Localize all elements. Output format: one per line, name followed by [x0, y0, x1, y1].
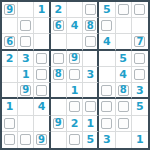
cell-r3c3[interactable] — [34, 34, 50, 50]
cell-r3c7[interactable]: 4 — [99, 34, 115, 50]
cell-r3c2[interactable] — [18, 34, 34, 50]
cell-r7c9[interactable]: 5 — [132, 99, 148, 115]
cell-r3c8[interactable] — [116, 34, 132, 50]
digit: 5 — [136, 101, 144, 112]
cell-r8c6[interactable]: 1 — [83, 116, 99, 132]
cell-r8c4[interactable]: 9 — [51, 116, 67, 132]
high-digit-marker: 6 — [53, 20, 64, 31]
high-digit-marker: 8 — [53, 69, 64, 80]
cell-r9c6[interactable]: 5 — [83, 132, 99, 148]
digit: 2 — [71, 117, 79, 128]
cell-r8c8[interactable] — [116, 116, 132, 132]
cell-r6c9[interactable]: 3 — [132, 83, 148, 99]
cell-r3c1[interactable]: 6 — [2, 34, 18, 50]
high-digit-marker — [118, 101, 129, 112]
high-digit-marker: 8 — [85, 20, 96, 31]
cell-r1c8[interactable] — [116, 2, 132, 18]
cell-r2c2[interactable] — [18, 18, 34, 34]
cell-r7c5[interactable] — [67, 99, 83, 115]
high-digit-marker — [118, 4, 129, 15]
cell-r4c4[interactable] — [51, 51, 67, 67]
cell-r7c8[interactable] — [116, 99, 132, 115]
high-digit-marker — [69, 134, 80, 145]
digit: 9 — [38, 134, 45, 144]
cell-r7c2[interactable] — [18, 99, 34, 115]
high-digit-marker: 9 — [36, 134, 47, 145]
digit: 9 — [6, 4, 13, 14]
high-digit-marker — [69, 69, 80, 80]
cell-r5c2[interactable]: 1 — [18, 67, 34, 83]
cell-r9c3[interactable]: 9 — [34, 132, 50, 148]
high-digit-marker: 6 — [4, 36, 15, 47]
digit: 9 — [22, 85, 29, 95]
high-digit-marker — [4, 118, 15, 129]
cell-r1c6[interactable] — [83, 2, 99, 18]
cell-r8c3[interactable] — [34, 116, 50, 132]
digit: 9 — [55, 118, 62, 128]
cell-r6c2[interactable]: 9 — [18, 83, 34, 99]
high-digit-marker — [85, 36, 96, 47]
high-digit-marker — [85, 4, 96, 15]
cell-r5c4[interactable]: 8 — [51, 67, 67, 83]
cell-r3c9[interactable]: 7 — [132, 34, 148, 50]
cell-r2c7[interactable] — [99, 18, 115, 34]
high-digit-marker — [36, 85, 47, 96]
cell-r6c7[interactable] — [99, 83, 115, 99]
cell-r4c3[interactable] — [34, 51, 50, 67]
cell-r5c7[interactable] — [99, 67, 115, 83]
cell-r9c9[interactable]: 1 — [132, 132, 148, 148]
cell-r1c5[interactable] — [67, 2, 83, 18]
cell-r9c7[interactable]: 3 — [99, 132, 115, 148]
digit: 4 — [71, 20, 79, 31]
cell-r3c5[interactable] — [67, 34, 83, 50]
digit: 9 — [71, 53, 78, 63]
high-digit-marker: 7 — [134, 36, 145, 47]
cell-r9c1[interactable] — [2, 132, 18, 148]
cell-r5c3[interactable] — [34, 67, 50, 83]
digit: 3 — [136, 84, 144, 95]
digit: 5 — [86, 134, 94, 145]
digit: 5 — [119, 52, 127, 63]
sudoku-board: 91256486472395183491831459219531 — [0, 0, 150, 150]
digit: 2 — [6, 52, 14, 63]
cell-r5c6[interactable]: 3 — [83, 67, 99, 83]
digit: 3 — [22, 52, 30, 63]
digit: 4 — [38, 101, 46, 112]
digit: 8 — [55, 69, 62, 79]
high-digit-marker — [69, 101, 80, 112]
cell-r4c5[interactable]: 9 — [67, 51, 83, 67]
cell-r4c9[interactable] — [132, 51, 148, 67]
high-digit-marker — [20, 134, 31, 145]
high-digit-marker — [134, 4, 145, 15]
high-digit-marker: 9 — [53, 118, 64, 129]
digit: 3 — [103, 134, 111, 145]
cell-r4c2[interactable]: 3 — [18, 51, 34, 67]
cell-r4c6[interactable] — [83, 51, 99, 67]
cell-r6c4[interactable] — [51, 83, 67, 99]
cell-r2c5[interactable]: 4 — [67, 18, 83, 34]
high-digit-marker — [20, 20, 31, 31]
cell-r2c8[interactable] — [116, 18, 132, 34]
cell-r5c1[interactable] — [2, 67, 18, 83]
high-digit-marker — [118, 118, 129, 129]
cell-r8c9[interactable] — [132, 116, 148, 132]
cell-r8c1[interactable] — [2, 116, 18, 132]
digit: 1 — [22, 68, 30, 79]
digit: 1 — [38, 4, 46, 15]
cell-r1c7[interactable]: 5 — [99, 2, 115, 18]
cell-r7c3[interactable]: 4 — [34, 99, 50, 115]
digit: 4 — [103, 36, 111, 47]
cell-r1c9[interactable] — [132, 2, 148, 18]
cell-r4c1[interactable]: 2 — [2, 51, 18, 67]
cell-r2c6[interactable]: 8 — [83, 18, 99, 34]
cell-r5c9[interactable] — [132, 67, 148, 83]
digit: 8 — [87, 20, 94, 30]
digit: 6 — [6, 36, 13, 46]
high-digit-marker — [101, 118, 112, 129]
cell-r1c4[interactable]: 2 — [51, 2, 67, 18]
high-digit-marker — [134, 69, 145, 80]
cell-r6c3[interactable] — [34, 83, 50, 99]
digit: 4 — [119, 68, 127, 79]
cell-r2c4[interactable]: 6 — [51, 18, 67, 34]
cell-r2c3[interactable] — [34, 18, 50, 34]
high-digit-marker — [36, 53, 47, 64]
high-digit-marker: 9 — [69, 53, 80, 64]
digit: 1 — [86, 117, 94, 128]
high-digit-marker — [53, 53, 64, 64]
high-digit-marker — [101, 85, 112, 96]
high-digit-marker: 9 — [4, 4, 15, 15]
cell-r6c8[interactable]: 8 — [116, 83, 132, 99]
cell-r1c2[interactable] — [18, 2, 34, 18]
high-digit-marker — [20, 36, 31, 47]
cell-r8c2[interactable] — [18, 116, 34, 132]
high-digit-marker — [101, 101, 112, 112]
cell-r1c3[interactable]: 1 — [34, 2, 50, 18]
high-digit-marker: 9 — [20, 85, 31, 96]
digit: 5 — [103, 4, 111, 15]
digit: 6 — [55, 20, 62, 30]
cell-r7c1[interactable]: 1 — [2, 99, 18, 115]
digit: 8 — [120, 85, 127, 95]
cell-r1c1[interactable]: 9 — [2, 2, 18, 18]
digit: 3 — [86, 68, 94, 79]
digit: 1 — [136, 134, 144, 145]
cell-r7c7[interactable] — [99, 99, 115, 115]
cell-r8c5[interactable]: 2 — [67, 116, 83, 132]
cell-r9c8[interactable] — [116, 132, 132, 148]
cell-r4c7[interactable] — [99, 51, 115, 67]
cell-r9c5[interactable] — [67, 132, 83, 148]
digit: 1 — [71, 84, 79, 95]
high-digit-marker — [134, 53, 145, 64]
cell-r3c4[interactable] — [51, 34, 67, 50]
high-digit-marker — [101, 20, 112, 31]
cell-r6c1[interactable] — [2, 83, 18, 99]
cell-r3c6[interactable] — [83, 34, 99, 50]
digit: 1 — [6, 101, 14, 112]
cell-r2c9[interactable] — [132, 18, 148, 34]
high-digit-marker — [4, 134, 15, 145]
cell-r7c4[interactable] — [51, 99, 67, 115]
cell-r5c8[interactable]: 4 — [116, 67, 132, 83]
digit: 7 — [136, 36, 143, 46]
cell-r7c6[interactable] — [83, 99, 99, 115]
cell-r5c5[interactable] — [67, 67, 83, 83]
digit: 2 — [54, 4, 62, 15]
cell-r2c1[interactable] — [2, 18, 18, 34]
cell-r8c7[interactable] — [99, 116, 115, 132]
cell-r4c8[interactable]: 5 — [116, 51, 132, 67]
high-digit-marker — [85, 101, 96, 112]
cell-r9c2[interactable] — [18, 132, 34, 148]
high-digit-marker — [36, 69, 47, 80]
cell-r6c5[interactable]: 1 — [67, 83, 83, 99]
high-digit-marker: 8 — [118, 85, 129, 96]
cell-r6c6[interactable] — [83, 83, 99, 99]
cell-r9c4[interactable] — [51, 132, 67, 148]
